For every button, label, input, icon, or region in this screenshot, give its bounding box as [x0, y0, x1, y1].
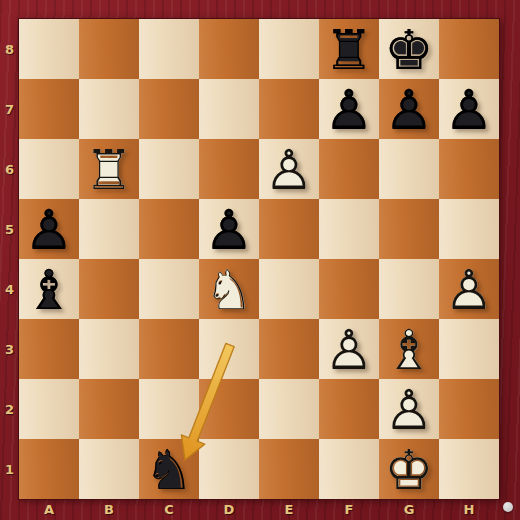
square-e7[interactable]: [259, 79, 319, 139]
white-bishop[interactable]: ♝♗: [379, 319, 439, 379]
square-b6[interactable]: ♜♖: [79, 139, 139, 199]
file-label-C: C: [139, 499, 199, 520]
pawn-glyph-outline: ♙: [379, 79, 439, 139]
square-a7[interactable]: [19, 79, 79, 139]
square-g2[interactable]: ♟♙: [379, 379, 439, 439]
knight-glyph-outline: ♘: [199, 259, 259, 319]
square-e6[interactable]: ♟♙: [259, 139, 319, 199]
white-pawn[interactable]: ♟♙: [379, 379, 439, 439]
rook-glyph-outline: ♖: [79, 139, 139, 199]
square-h4[interactable]: ♟♙: [439, 259, 499, 319]
rank-label-4: 4: [0, 259, 19, 319]
square-d8[interactable]: [199, 19, 259, 79]
pawn-glyph-outline: ♙: [199, 199, 259, 259]
square-h2[interactable]: [439, 379, 499, 439]
file-label-E: E: [259, 499, 319, 520]
square-f7[interactable]: ♟♙: [319, 79, 379, 139]
square-c5[interactable]: [139, 199, 199, 259]
square-a6[interactable]: [19, 139, 79, 199]
knight-glyph-outline: ♘: [139, 439, 199, 499]
square-d7[interactable]: [199, 79, 259, 139]
square-b4[interactable]: [79, 259, 139, 319]
square-e1[interactable]: [259, 439, 319, 499]
square-g6[interactable]: [379, 139, 439, 199]
black-knight[interactable]: ♞♘: [139, 439, 199, 499]
square-b3[interactable]: [79, 319, 139, 379]
square-g5[interactable]: [379, 199, 439, 259]
rank-label-7: 7: [0, 79, 19, 139]
square-g4[interactable]: [379, 259, 439, 319]
white-rook[interactable]: ♜♖: [79, 139, 139, 199]
square-d2[interactable]: [199, 379, 259, 439]
square-b7[interactable]: [79, 79, 139, 139]
black-pawn[interactable]: ♟♙: [19, 199, 79, 259]
square-g7[interactable]: ♟♙: [379, 79, 439, 139]
square-b5[interactable]: [79, 199, 139, 259]
black-bishop[interactable]: ♝♗: [19, 259, 79, 319]
white-knight[interactable]: ♞♘: [199, 259, 259, 319]
rank-label-5: 5: [0, 199, 19, 259]
pawn-glyph-outline: ♙: [319, 319, 379, 379]
square-a3[interactable]: [19, 319, 79, 379]
pawn-glyph-outline: ♙: [19, 199, 79, 259]
square-f2[interactable]: [319, 379, 379, 439]
square-f3[interactable]: ♟♙: [319, 319, 379, 379]
square-g3[interactable]: ♝♗: [379, 319, 439, 379]
square-h5[interactable]: [439, 199, 499, 259]
square-d3[interactable]: [199, 319, 259, 379]
square-b1[interactable]: [79, 439, 139, 499]
file-label-B: B: [79, 499, 139, 520]
square-e3[interactable]: [259, 319, 319, 379]
square-h1[interactable]: [439, 439, 499, 499]
pawn-glyph-outline: ♙: [379, 379, 439, 439]
chess-board-frame: ♜♖♚♔♟♙♟♙♟♙♜♖♟♙♟♙♟♙♝♗♞♘♟♙♟♙♝♗♟♙♞♘♚♔ 87654…: [0, 0, 520, 520]
white-pawn[interactable]: ♟♙: [319, 319, 379, 379]
white-pawn[interactable]: ♟♙: [439, 259, 499, 319]
black-pawn[interactable]: ♟♙: [319, 79, 379, 139]
black-pawn[interactable]: ♟♙: [379, 79, 439, 139]
square-e8[interactable]: [259, 19, 319, 79]
square-f8[interactable]: ♜♖: [319, 19, 379, 79]
square-d5[interactable]: ♟♙: [199, 199, 259, 259]
square-e2[interactable]: [259, 379, 319, 439]
square-f4[interactable]: [319, 259, 379, 319]
rank-label-8: 8: [0, 19, 19, 79]
file-label-D: D: [199, 499, 259, 520]
file-label-H: H: [439, 499, 499, 520]
king-glyph-outline: ♔: [379, 19, 439, 79]
king-glyph-outline: ♔: [379, 439, 439, 499]
square-h8[interactable]: [439, 19, 499, 79]
square-f6[interactable]: [319, 139, 379, 199]
square-c8[interactable]: [139, 19, 199, 79]
rank-label-6: 6: [0, 139, 19, 199]
square-g8[interactable]: ♚♔: [379, 19, 439, 79]
square-f5[interactable]: [319, 199, 379, 259]
black-rook[interactable]: ♜♖: [319, 19, 379, 79]
square-c6[interactable]: [139, 139, 199, 199]
square-c2[interactable]: [139, 379, 199, 439]
square-c4[interactable]: [139, 259, 199, 319]
square-h7[interactable]: ♟♙: [439, 79, 499, 139]
square-d1[interactable]: [199, 439, 259, 499]
square-c7[interactable]: [139, 79, 199, 139]
square-b2[interactable]: [79, 379, 139, 439]
file-label-G: G: [379, 499, 439, 520]
black-pawn[interactable]: ♟♙: [199, 199, 259, 259]
square-b8[interactable]: [79, 19, 139, 79]
square-d4[interactable]: ♞♘: [199, 259, 259, 319]
black-king[interactable]: ♚♔: [379, 19, 439, 79]
square-c3[interactable]: [139, 319, 199, 379]
square-a4[interactable]: ♝♗: [19, 259, 79, 319]
chess-board: ♜♖♚♔♟♙♟♙♟♙♜♖♟♙♟♙♟♙♝♗♞♘♟♙♟♙♝♗♟♙♞♘♚♔: [19, 19, 499, 499]
square-e5[interactable]: [259, 199, 319, 259]
square-f1[interactable]: [319, 439, 379, 499]
square-a1[interactable]: [19, 439, 79, 499]
white-pawn[interactable]: ♟♙: [259, 139, 319, 199]
square-a8[interactable]: [19, 19, 79, 79]
square-h6[interactable]: [439, 139, 499, 199]
square-a2[interactable]: [19, 379, 79, 439]
square-c1[interactable]: ♞♘: [139, 439, 199, 499]
pawn-glyph-outline: ♙: [439, 259, 499, 319]
square-d6[interactable]: [199, 139, 259, 199]
file-label-A: A: [19, 499, 79, 520]
file-label-F: F: [319, 499, 379, 520]
rook-glyph-outline: ♖: [319, 19, 379, 79]
pawn-glyph-outline: ♙: [259, 139, 319, 199]
rank-label-3: 3: [0, 319, 19, 379]
bishop-glyph-outline: ♗: [379, 319, 439, 379]
bishop-glyph-outline: ♗: [19, 259, 79, 319]
square-e4[interactable]: [259, 259, 319, 319]
square-a5[interactable]: ♟♙: [19, 199, 79, 259]
white-king[interactable]: ♚♔: [379, 439, 439, 499]
rank-label-1: 1: [0, 439, 19, 499]
black-pawn[interactable]: ♟♙: [439, 79, 499, 139]
square-h3[interactable]: [439, 319, 499, 379]
pawn-glyph-outline: ♙: [439, 79, 499, 139]
square-g1[interactable]: ♚♔: [379, 439, 439, 499]
rank-label-2: 2: [0, 379, 19, 439]
pawn-glyph-outline: ♙: [319, 79, 379, 139]
corner-dot: [503, 502, 513, 512]
